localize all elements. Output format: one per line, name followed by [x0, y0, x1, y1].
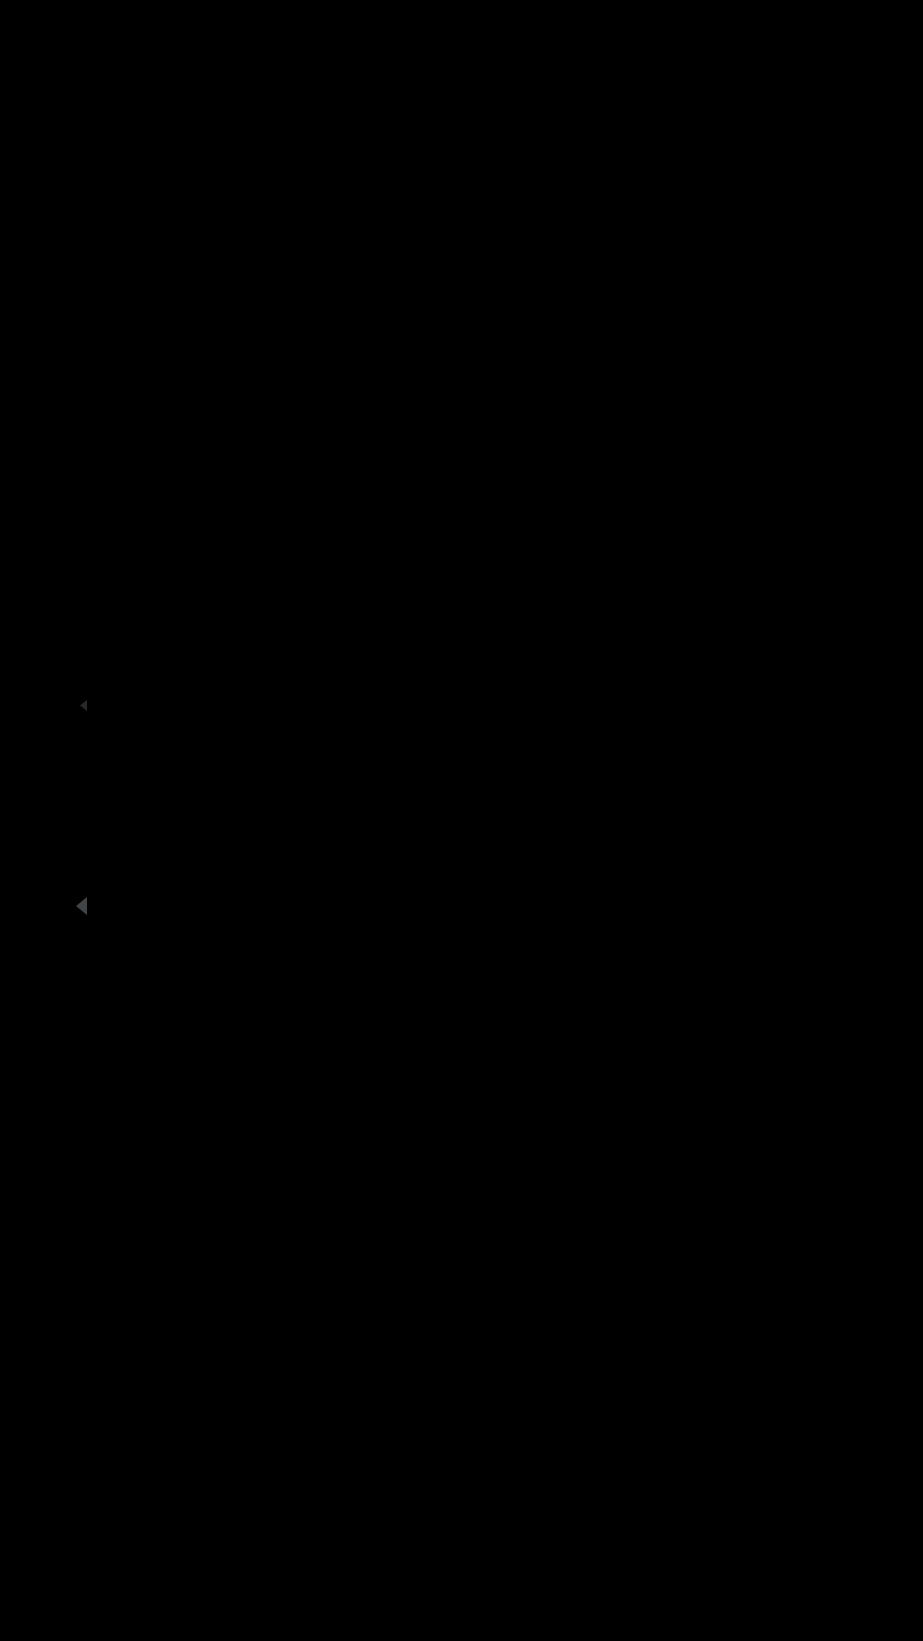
brilliant-move-badge: [85, 447, 123, 485]
offscreen-ui-fragment: [76, 897, 87, 915]
chess-board-area: [85, 447, 795, 1157]
offscreen-ui-fragment: [80, 700, 87, 711]
chess-board[interactable]: [85, 447, 795, 1157]
